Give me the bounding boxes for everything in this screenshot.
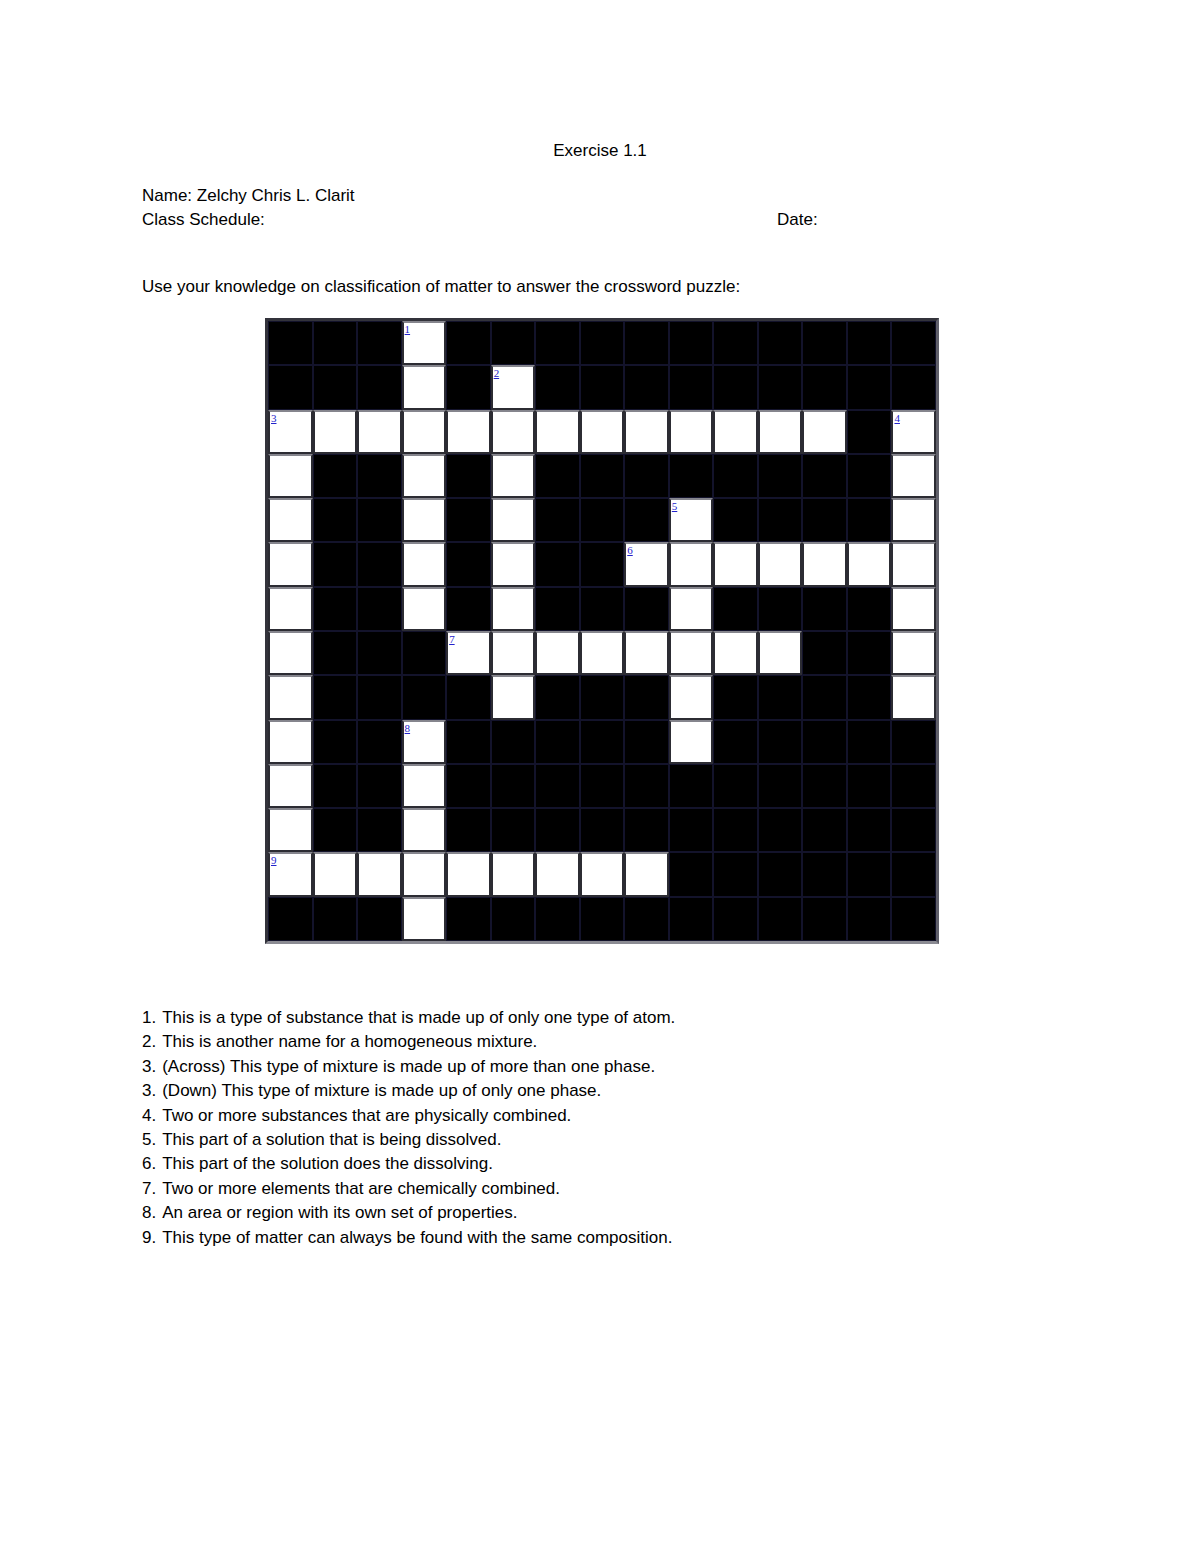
grid-cell-black xyxy=(802,321,847,365)
date-label: Date: xyxy=(777,210,818,230)
clue-line: 2.This is another name for a homogeneous… xyxy=(142,1030,675,1054)
grid-cell-black xyxy=(313,897,358,941)
grid-cell-black xyxy=(535,542,580,586)
grid-cell-black xyxy=(847,897,892,941)
grid-cell-white[interactable] xyxy=(491,454,536,498)
grid-cell-black xyxy=(891,852,936,896)
grid-cell-black xyxy=(535,808,580,852)
grid-cell-black xyxy=(491,720,536,764)
grid-cell-black xyxy=(891,365,936,409)
grid-cell-black xyxy=(446,897,491,941)
grid-cell-white[interactable]: 5 xyxy=(669,498,714,542)
grid-cell-black xyxy=(624,897,669,941)
grid-cell-black xyxy=(580,897,625,941)
grid-cell-black xyxy=(669,764,714,808)
clue-number: 8 xyxy=(405,722,411,734)
grid-cell-white[interactable] xyxy=(580,410,625,454)
grid-cell-black xyxy=(268,365,313,409)
grid-cell-black xyxy=(580,498,625,542)
clue-text: This type of matter can always be found … xyxy=(162,1228,672,1247)
clue-text: An area or region with its own set of pr… xyxy=(162,1203,517,1222)
clue-number: 3 xyxy=(271,412,277,424)
instruction-text: Use your knowledge on classification of … xyxy=(142,277,740,297)
grid-cell-white[interactable] xyxy=(491,542,536,586)
clue-number-label: 8. xyxy=(142,1203,156,1222)
grid-cell-white[interactable] xyxy=(402,365,447,409)
name-line: Name: Zelchy Chris L. Clarit xyxy=(142,186,355,206)
grid-cell-black xyxy=(491,764,536,808)
clue-line: 6.This part of the solution does the dis… xyxy=(142,1152,675,1176)
grid-cell-white[interactable] xyxy=(491,410,536,454)
clue-number-label: 4. xyxy=(142,1106,156,1125)
grid-cell-black xyxy=(624,498,669,542)
grid-cell-white[interactable] xyxy=(535,852,580,896)
grid-cell-black xyxy=(713,764,758,808)
page-title: Exercise 1.1 xyxy=(0,141,1200,161)
grid-cell-black xyxy=(268,897,313,941)
grid-cell-black xyxy=(802,454,847,498)
grid-cell-black xyxy=(669,897,714,941)
grid-cell-white[interactable] xyxy=(491,587,536,631)
grid-cell-black xyxy=(580,808,625,852)
grid-cell-black xyxy=(669,852,714,896)
clue-number-label: 6. xyxy=(142,1154,156,1173)
grid-cell-black xyxy=(491,808,536,852)
grid-cell-black xyxy=(580,365,625,409)
grid-cell-white[interactable] xyxy=(802,410,847,454)
grid-cell-white[interactable] xyxy=(402,587,447,631)
grid-cell-white[interactable] xyxy=(669,542,714,586)
grid-cell-black xyxy=(446,321,491,365)
clue-number: 2 xyxy=(494,367,500,379)
grid-cell-black xyxy=(847,321,892,365)
clue-number-label: 3. xyxy=(142,1081,156,1100)
grid-cell-black xyxy=(891,764,936,808)
clue-number-label: 3. xyxy=(142,1057,156,1076)
grid-cell-black xyxy=(713,365,758,409)
grid-cell-black xyxy=(847,410,892,454)
grid-cell-black xyxy=(669,808,714,852)
grid-cell-white[interactable] xyxy=(446,410,491,454)
grid-cell-black xyxy=(802,852,847,896)
grid-cell-white[interactable] xyxy=(891,542,936,586)
grid-cell-black xyxy=(802,365,847,409)
grid-cell-white[interactable] xyxy=(402,897,447,941)
grid-cell-black xyxy=(357,897,402,941)
grid-cell-white[interactable]: 6 xyxy=(624,542,669,586)
grid-cell-black xyxy=(624,321,669,365)
grid-cell-black xyxy=(313,764,358,808)
clue-text: (Across) This type of mixture is made up… xyxy=(162,1057,655,1076)
grid-cell-black xyxy=(758,454,803,498)
grid-cell-black xyxy=(535,498,580,542)
grid-cell-white[interactable] xyxy=(268,587,313,631)
grid-cell-black xyxy=(357,587,402,631)
grid-cell-white[interactable]: 9 xyxy=(268,852,313,896)
grid-cell-white[interactable] xyxy=(313,852,358,896)
grid-cell-white[interactable] xyxy=(357,852,402,896)
grid-cell-white[interactable] xyxy=(402,808,447,852)
clue-number: 7 xyxy=(449,633,455,645)
grid-cell-white[interactable] xyxy=(491,498,536,542)
clue-text: This part of a solution that is being di… xyxy=(162,1130,501,1149)
grid-cell-black xyxy=(847,631,892,675)
clue-line: 9.This type of matter can always be foun… xyxy=(142,1226,675,1250)
grid-cell-white[interactable] xyxy=(669,675,714,719)
clue-text: This part of the solution does the disso… xyxy=(162,1154,493,1173)
grid-cell-black xyxy=(268,321,313,365)
grid-cell-white[interactable] xyxy=(402,410,447,454)
grid-cell-black xyxy=(669,365,714,409)
grid-cell-black xyxy=(446,675,491,719)
grid-cell-black xyxy=(758,365,803,409)
grid-cell-black xyxy=(847,498,892,542)
grid-cell-black xyxy=(758,764,803,808)
grid-cell-black xyxy=(758,720,803,764)
clue-number: 6 xyxy=(627,544,633,556)
grid-cell-black xyxy=(357,720,402,764)
grid-cell-white[interactable] xyxy=(491,631,536,675)
clue-number: 5 xyxy=(672,500,678,512)
grid-cell-black xyxy=(446,542,491,586)
grid-cell-black xyxy=(313,675,358,719)
class-schedule-label: Class Schedule: xyxy=(142,210,265,230)
grid-cell-black xyxy=(713,587,758,631)
grid-cell-black xyxy=(713,897,758,941)
grid-cell-white[interactable] xyxy=(402,852,447,896)
grid-cell-white[interactable] xyxy=(669,631,714,675)
grid-cell-white[interactable]: 4 xyxy=(891,410,936,454)
grid-cell-white[interactable] xyxy=(847,542,892,586)
grid-cell-black xyxy=(758,498,803,542)
grid-cell-white[interactable] xyxy=(446,852,491,896)
grid-cell-white[interactable] xyxy=(713,631,758,675)
grid-cell-black xyxy=(713,852,758,896)
grid-cell-black xyxy=(713,675,758,719)
grid-cell-white[interactable] xyxy=(891,631,936,675)
grid-cell-white[interactable]: 2 xyxy=(491,365,536,409)
grid-cell-white[interactable] xyxy=(491,852,536,896)
grid-cell-black xyxy=(535,321,580,365)
clue-line: 1.This is a type of substance that is ma… xyxy=(142,1006,675,1030)
grid-cell-black xyxy=(624,764,669,808)
grid-cell-black xyxy=(446,720,491,764)
grid-cell-black xyxy=(357,675,402,719)
grid-cell-black xyxy=(357,764,402,808)
grid-cell-white[interactable]: 3 xyxy=(268,410,313,454)
grid-cell-black xyxy=(313,542,358,586)
grid-cell-black xyxy=(624,808,669,852)
grid-cell-black xyxy=(758,321,803,365)
grid-cell-white[interactable] xyxy=(268,675,313,719)
grid-cell-white[interactable] xyxy=(268,542,313,586)
clue-number-label: 9. xyxy=(142,1228,156,1247)
grid-cell-black xyxy=(357,542,402,586)
grid-cell-black xyxy=(313,321,358,365)
grid-cell-white[interactable] xyxy=(891,587,936,631)
clue-line: 3.(Down) This type of mixture is made up… xyxy=(142,1079,675,1103)
grid-cell-white[interactable] xyxy=(402,542,447,586)
grid-cell-white[interactable] xyxy=(580,852,625,896)
grid-cell-black xyxy=(580,764,625,808)
grid-cell-white[interactable] xyxy=(268,808,313,852)
grid-cell-black xyxy=(313,498,358,542)
grid-cell-white[interactable] xyxy=(624,631,669,675)
clue-line: 8.An area or region with its own set of … xyxy=(142,1201,675,1225)
clues-list: 1.This is a type of substance that is ma… xyxy=(142,1006,675,1250)
grid-cell-white[interactable] xyxy=(268,454,313,498)
grid-cell-black xyxy=(535,764,580,808)
grid-cell-black xyxy=(535,897,580,941)
grid-cell-white[interactable]: 1 xyxy=(402,321,447,365)
grid-cell-black xyxy=(891,897,936,941)
grid-cell-white[interactable] xyxy=(802,542,847,586)
clue-text: This is a type of substance that is made… xyxy=(162,1008,675,1027)
grid-cell-white[interactable] xyxy=(402,454,447,498)
grid-cell-black xyxy=(624,587,669,631)
grid-cell-white[interactable] xyxy=(535,631,580,675)
grid-cell-white[interactable] xyxy=(624,410,669,454)
grid-cell-black xyxy=(713,498,758,542)
grid-cell-black xyxy=(402,631,447,675)
grid-cell-white[interactable] xyxy=(669,410,714,454)
grid-cell-black xyxy=(891,720,936,764)
grid-cell-white[interactable] xyxy=(891,454,936,498)
grid-cell-black xyxy=(713,321,758,365)
grid-cell-black xyxy=(624,720,669,764)
grid-cell-black xyxy=(357,808,402,852)
grid-cell-black xyxy=(535,720,580,764)
grid-cell-black xyxy=(802,720,847,764)
grid-cell-white[interactable] xyxy=(268,764,313,808)
grid-cell-white[interactable] xyxy=(891,498,936,542)
grid-cell-black xyxy=(713,720,758,764)
grid-cell-black xyxy=(713,808,758,852)
grid-cell-white[interactable] xyxy=(713,542,758,586)
grid-cell-black xyxy=(446,587,491,631)
clue-number: 1 xyxy=(405,323,411,335)
grid-cell-white[interactable] xyxy=(268,631,313,675)
clue-number-label: 5. xyxy=(142,1130,156,1149)
clue-text: Two or more elements that are chemically… xyxy=(162,1179,560,1198)
grid-cell-black xyxy=(802,808,847,852)
grid-cell-black xyxy=(802,764,847,808)
grid-cell-black xyxy=(357,365,402,409)
grid-cell-black xyxy=(535,365,580,409)
grid-cell-black xyxy=(357,498,402,542)
grid-cell-black xyxy=(580,542,625,586)
grid-cell-black xyxy=(580,454,625,498)
grid-cell-black xyxy=(491,897,536,941)
grid-cell-black xyxy=(758,587,803,631)
grid-cell-white[interactable] xyxy=(313,410,358,454)
grid-cell-black xyxy=(802,897,847,941)
grid-cell-black xyxy=(313,587,358,631)
grid-cell-black xyxy=(357,321,402,365)
grid-cell-black xyxy=(758,852,803,896)
grid-cell-black xyxy=(580,720,625,764)
grid-cell-black xyxy=(535,454,580,498)
clue-line: 4.Two or more substances that are physic… xyxy=(142,1104,675,1128)
grid-cell-black xyxy=(580,587,625,631)
grid-cell-black xyxy=(847,675,892,719)
grid-cell-white[interactable] xyxy=(669,720,714,764)
grid-cell-black xyxy=(446,808,491,852)
worksheet-page: Exercise 1.1 Name: Zelchy Chris L. Clari… xyxy=(0,0,1200,1553)
grid-cell-black xyxy=(758,808,803,852)
grid-cell-black xyxy=(847,852,892,896)
grid-cell-black xyxy=(491,321,536,365)
clue-number: 9 xyxy=(271,854,277,866)
grid-cell-black xyxy=(313,720,358,764)
grid-cell-white[interactable] xyxy=(713,410,758,454)
clue-number-label: 1. xyxy=(142,1008,156,1027)
grid-cell-black xyxy=(535,675,580,719)
grid-cell-black xyxy=(891,808,936,852)
grid-cell-white[interactable] xyxy=(268,498,313,542)
grid-cell-black xyxy=(713,454,758,498)
grid-cell-black xyxy=(580,321,625,365)
grid-cell-black xyxy=(847,808,892,852)
grid-cell-white[interactable]: 8 xyxy=(402,720,447,764)
grid-cell-white[interactable] xyxy=(491,675,536,719)
grid-cell-black xyxy=(535,587,580,631)
grid-cell-black xyxy=(446,454,491,498)
grid-cell-black xyxy=(313,365,358,409)
grid-cell-white[interactable] xyxy=(357,410,402,454)
grid-cell-white[interactable] xyxy=(402,764,447,808)
clue-text: (Down) This type of mixture is made up o… xyxy=(162,1081,601,1100)
grid-cell-black xyxy=(847,454,892,498)
grid-cell-white[interactable] xyxy=(891,675,936,719)
clue-text: Two or more substances that are physical… xyxy=(162,1106,571,1125)
grid-cell-black xyxy=(891,321,936,365)
grid-cell-white[interactable] xyxy=(758,631,803,675)
grid-cell-black xyxy=(802,631,847,675)
grid-cell-white[interactable] xyxy=(624,852,669,896)
grid-cell-black xyxy=(446,498,491,542)
grid-cell-white[interactable] xyxy=(580,631,625,675)
grid-cell-black xyxy=(669,454,714,498)
clue-line: 3.(Across) This type of mixture is made … xyxy=(142,1055,675,1079)
clue-number: 4 xyxy=(894,412,900,424)
grid-cell-black xyxy=(758,897,803,941)
grid-cell-black xyxy=(802,587,847,631)
grid-cell-black xyxy=(446,764,491,808)
grid-cell-black xyxy=(580,675,625,719)
grid-cell-black xyxy=(802,675,847,719)
grid-cell-black xyxy=(847,365,892,409)
grid-cell-black xyxy=(313,808,358,852)
grid-cell-black xyxy=(446,365,491,409)
grid-cell-white[interactable] xyxy=(758,410,803,454)
crossword-grid: 123456789 xyxy=(265,318,939,944)
grid-cell-black xyxy=(357,631,402,675)
grid-cell-black xyxy=(357,454,402,498)
grid-cell-black xyxy=(802,498,847,542)
grid-cell-black xyxy=(847,720,892,764)
clue-text: This is another name for a homogeneous m… xyxy=(162,1032,537,1051)
grid-cell-white[interactable] xyxy=(535,410,580,454)
clue-number-label: 2. xyxy=(142,1032,156,1051)
grid-cell-black xyxy=(758,675,803,719)
grid-cell-white[interactable] xyxy=(758,542,803,586)
grid-cell-white[interactable] xyxy=(669,587,714,631)
grid-cell-black xyxy=(847,587,892,631)
clue-line: 5.This part of a solution that is being … xyxy=(142,1128,675,1152)
grid-cell-white[interactable] xyxy=(268,720,313,764)
clue-line: 7.Two or more elements that are chemical… xyxy=(142,1177,675,1201)
grid-cell-black xyxy=(624,454,669,498)
grid-cell-black xyxy=(402,675,447,719)
grid-cell-black xyxy=(313,454,358,498)
grid-cell-white[interactable]: 7 xyxy=(446,631,491,675)
grid-cell-black xyxy=(847,764,892,808)
clue-number-label: 7. xyxy=(142,1179,156,1198)
grid-cell-black xyxy=(313,631,358,675)
grid-cell-black xyxy=(624,365,669,409)
grid-cell-white[interactable] xyxy=(402,498,447,542)
grid-cell-black xyxy=(669,321,714,365)
grid-cell-black xyxy=(624,675,669,719)
